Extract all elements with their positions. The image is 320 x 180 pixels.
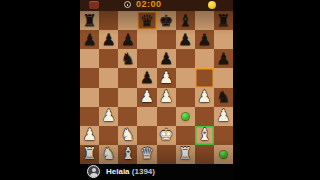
player-bar: Helala (1394) [80,164,233,180]
square-h8[interactable]: ♜ [214,11,233,30]
piece-white-pawn[interactable]: ♟ [214,107,233,126]
square-d2[interactable] [137,126,156,145]
piece-white-king[interactable]: ♚ [157,126,176,145]
piece-white-pawn[interactable]: ♟ [99,107,118,126]
legal-move-dot[interactable] [220,151,227,158]
square-h7[interactable] [214,30,233,49]
person-icon-body [90,173,98,178]
letterbox-left [0,0,80,180]
square-a4[interactable] [80,88,99,107]
square-b2[interactable] [99,126,118,145]
square-e8[interactable]: ♚ [157,11,176,30]
piece-white-pawn[interactable]: ♟ [195,88,214,107]
piece-black-rook[interactable]: ♜ [214,11,233,30]
chess-app: 02:00 ♜♛♚♝♜♟♟♟♟♟♞♟♟♟♟♟♟♟♞♟♟♟♞♚♝♜♞♝♛♜ Hel… [80,0,233,180]
square-g6[interactable] [195,49,214,68]
chess-board[interactable]: ♜♛♚♝♜♟♟♟♟♟♞♟♟♟♟♟♟♟♞♟♟♟♞♚♝♜♞♝♛♜ [80,11,233,164]
square-a1[interactable]: ♜ [80,145,99,164]
piece-white-rook[interactable]: ♜ [80,145,99,164]
piece-white-knight[interactable]: ♞ [118,126,137,145]
piece-black-pawn[interactable]: ♟ [99,30,118,49]
square-g4[interactable]: ♟ [195,88,214,107]
square-c5[interactable] [118,68,137,87]
opponent-avatar-fragment [89,1,99,9]
square-d8[interactable]: ♛ [137,11,156,30]
square-a3[interactable] [80,107,99,126]
square-c6[interactable]: ♞ [118,49,137,68]
piece-black-pawn[interactable]: ♟ [80,30,99,49]
square-d1[interactable]: ♛ [137,145,156,164]
square-d6[interactable] [137,49,156,68]
square-e1[interactable] [157,145,176,164]
piece-white-pawn[interactable]: ♟ [157,68,176,87]
square-e3[interactable] [157,107,176,126]
square-e6[interactable]: ♟ [157,49,176,68]
piece-white-queen[interactable]: ♛ [137,145,156,164]
square-a7[interactable]: ♟ [80,30,99,49]
square-g2[interactable]: ♝ [195,126,214,145]
clock-icon [124,1,131,8]
piece-white-pawn[interactable]: ♟ [137,88,156,107]
square-f6[interactable] [176,49,195,68]
piece-black-pawn[interactable]: ♟ [137,68,156,87]
square-b3[interactable]: ♟ [99,107,118,126]
piece-black-pawn[interactable]: ♟ [118,30,137,49]
square-d4[interactable]: ♟ [137,88,156,107]
piece-white-bishop[interactable]: ♝ [118,145,137,164]
square-c3[interactable] [118,107,137,126]
player-avatar [87,165,100,178]
square-h3[interactable]: ♟ [214,107,233,126]
square-h6[interactable]: ♟ [214,49,233,68]
piece-black-pawn[interactable]: ♟ [157,49,176,68]
piece-black-rook[interactable]: ♜ [80,11,99,30]
square-c1[interactable]: ♝ [118,145,137,164]
legal-move-dot[interactable] [182,113,189,120]
square-f7[interactable]: ♟ [176,30,195,49]
square-f3[interactable] [176,107,195,126]
square-e5[interactable]: ♟ [157,68,176,87]
square-f8[interactable]: ♝ [176,11,195,30]
piece-white-bishop[interactable]: ♝ [195,126,214,145]
square-g3[interactable] [195,107,214,126]
piece-black-pawn[interactable]: ♟ [176,30,195,49]
piece-white-rook[interactable]: ♜ [176,145,195,164]
piece-black-pawn[interactable]: ♟ [214,49,233,68]
square-f5[interactable] [176,68,195,87]
square-b5[interactable] [99,68,118,87]
person-icon [92,168,96,172]
square-e7[interactable] [157,30,176,49]
square-g5[interactable] [195,68,214,87]
square-d3[interactable] [137,107,156,126]
square-h5[interactable] [214,68,233,87]
square-f1[interactable]: ♜ [176,145,195,164]
letterbox-right [233,0,320,180]
piece-black-king[interactable]: ♚ [157,11,176,30]
square-a2[interactable]: ♟ [80,126,99,145]
square-b7[interactable]: ♟ [99,30,118,49]
piece-white-knight[interactable]: ♞ [99,145,118,164]
square-c8[interactable] [118,11,137,30]
piece-white-pawn[interactable]: ♟ [80,126,99,145]
square-b4[interactable] [99,88,118,107]
piece-black-knight[interactable]: ♞ [214,88,233,107]
square-f4[interactable] [176,88,195,107]
square-c4[interactable] [118,88,137,107]
square-c7[interactable]: ♟ [118,30,137,49]
square-b1[interactable]: ♞ [99,145,118,164]
screenshot-stage: 02:00 ♜♛♚♝♜♟♟♟♟♟♞♟♟♟♟♟♟♟♞♟♟♟♞♚♝♜♞♝♛♜ Hel… [0,0,320,180]
square-d7[interactable] [137,30,156,49]
opponent-timer: 02:00 [136,0,162,9]
square-b8[interactable] [99,11,118,30]
square-a5[interactable] [80,68,99,87]
piece-black-pawn[interactable]: ♟ [195,30,214,49]
square-f2[interactable] [176,126,195,145]
coin-icon [208,1,216,9]
square-b6[interactable] [99,49,118,68]
piece-white-pawn[interactable]: ♟ [157,88,176,107]
square-g7[interactable]: ♟ [195,30,214,49]
piece-black-queen[interactable]: ♛ [137,11,156,30]
square-d5[interactable]: ♟ [137,68,156,87]
piece-black-bishop[interactable]: ♝ [176,11,195,30]
square-e4[interactable]: ♟ [157,88,176,107]
square-g8[interactable] [195,11,214,30]
player-name: Helala (1394) [106,167,155,176]
square-h2[interactable] [214,126,233,145]
piece-black-knight[interactable]: ♞ [118,49,137,68]
square-a8[interactable]: ♜ [80,11,99,30]
square-e2[interactable]: ♚ [157,126,176,145]
player-rating: (1394) [132,167,155,176]
square-g1[interactable] [195,145,214,164]
square-a6[interactable] [80,49,99,68]
player-name-text: Helala [106,167,130,176]
square-h1[interactable] [214,145,233,164]
square-h4[interactable]: ♞ [214,88,233,107]
square-c2[interactable]: ♞ [118,126,137,145]
